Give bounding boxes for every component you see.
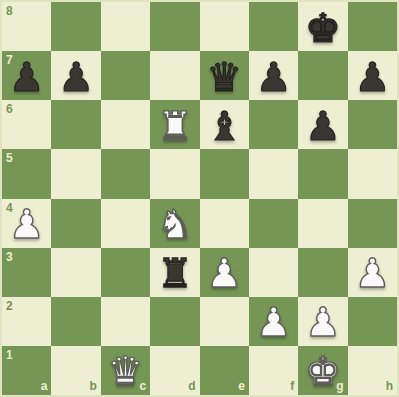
square-f8[interactable] <box>249 2 298 51</box>
square-g5[interactable] <box>298 149 347 198</box>
square-e5[interactable] <box>200 149 249 198</box>
piece-black-pawn[interactable]: ♟ <box>9 57 45 97</box>
piece-white-pawn[interactable]: ♟ <box>256 302 292 342</box>
square-g4[interactable] <box>298 199 347 248</box>
square-c8[interactable] <box>101 2 150 51</box>
square-g3[interactable] <box>298 248 347 297</box>
square-h6[interactable] <box>348 100 397 149</box>
square-c1[interactable]: c♛ <box>101 346 150 395</box>
square-b4[interactable] <box>51 199 100 248</box>
square-d8[interactable] <box>150 2 199 51</box>
square-c7[interactable] <box>101 51 150 100</box>
piece-white-queen[interactable]: ♛ <box>108 351 144 391</box>
square-h1[interactable]: h <box>348 346 397 395</box>
square-e2[interactable] <box>200 297 249 346</box>
piece-black-pawn[interactable]: ♟ <box>256 57 292 97</box>
square-d3[interactable]: ♜ <box>150 248 199 297</box>
square-a3[interactable]: 3 <box>2 248 51 297</box>
square-e8[interactable] <box>200 2 249 51</box>
square-a5[interactable]: 5 <box>2 149 51 198</box>
square-f1[interactable]: f <box>249 346 298 395</box>
square-b2[interactable] <box>51 297 100 346</box>
square-a4[interactable]: 4♟ <box>2 199 51 248</box>
square-g2[interactable]: ♟ <box>298 297 347 346</box>
rank-label-2: 2 <box>6 300 13 312</box>
piece-black-queen[interactable]: ♛ <box>206 57 242 97</box>
square-h8[interactable] <box>348 2 397 51</box>
rank-label-1: 1 <box>6 349 13 361</box>
square-c5[interactable] <box>101 149 150 198</box>
file-label-f: f <box>290 380 294 392</box>
piece-white-pawn[interactable]: ♟ <box>9 204 45 244</box>
file-label-a: a <box>41 380 48 392</box>
piece-white-knight[interactable]: ♞ <box>157 204 193 244</box>
square-d7[interactable] <box>150 51 199 100</box>
square-h2[interactable] <box>348 297 397 346</box>
square-g8[interactable]: ♚ <box>298 2 347 51</box>
file-label-e: e <box>238 380 245 392</box>
piece-black-bishop[interactable]: ♝ <box>206 106 242 146</box>
square-a2[interactable]: 2 <box>2 297 51 346</box>
square-h3[interactable]: ♟ <box>348 248 397 297</box>
file-label-d: d <box>188 380 195 392</box>
square-b5[interactable] <box>51 149 100 198</box>
square-b8[interactable] <box>51 2 100 51</box>
rank-label-8: 8 <box>6 5 13 17</box>
piece-white-king[interactable]: ♚ <box>305 351 341 391</box>
square-f3[interactable] <box>249 248 298 297</box>
square-f5[interactable] <box>249 149 298 198</box>
piece-black-pawn[interactable]: ♟ <box>354 57 390 97</box>
square-b3[interactable] <box>51 248 100 297</box>
square-h4[interactable] <box>348 199 397 248</box>
square-f6[interactable] <box>249 100 298 149</box>
square-g6[interactable]: ♟ <box>298 100 347 149</box>
square-d2[interactable] <box>150 297 199 346</box>
square-c3[interactable] <box>101 248 150 297</box>
square-a6[interactable]: 6 <box>2 100 51 149</box>
square-d4[interactable]: ♞ <box>150 199 199 248</box>
chess-board: 8♚7♟♟♛♟♟6♜♝♟54♟♞3♜♟♟2♟♟1abc♛defg♚h <box>2 2 397 395</box>
square-d6[interactable]: ♜ <box>150 100 199 149</box>
square-e7[interactable]: ♛ <box>200 51 249 100</box>
piece-black-king[interactable]: ♚ <box>305 8 341 48</box>
square-c4[interactable] <box>101 199 150 248</box>
square-e4[interactable] <box>200 199 249 248</box>
piece-white-pawn[interactable]: ♟ <box>206 253 242 293</box>
chess-board-frame: 8♚7♟♟♛♟♟6♜♝♟54♟♞3♜♟♟2♟♟1abc♛defg♚h <box>0 0 399 397</box>
file-label-b: b <box>89 380 96 392</box>
rank-label-5: 5 <box>6 152 13 164</box>
square-f2[interactable]: ♟ <box>249 297 298 346</box>
file-label-h: h <box>386 380 393 392</box>
rank-label-3: 3 <box>6 251 13 263</box>
piece-black-rook[interactable]: ♜ <box>157 253 193 293</box>
square-f7[interactable]: ♟ <box>249 51 298 100</box>
piece-white-pawn[interactable]: ♟ <box>305 302 341 342</box>
square-c6[interactable] <box>101 100 150 149</box>
square-a8[interactable]: 8 <box>2 2 51 51</box>
square-d1[interactable]: d <box>150 346 199 395</box>
square-c2[interactable] <box>101 297 150 346</box>
square-b6[interactable] <box>51 100 100 149</box>
square-e3[interactable]: ♟ <box>200 248 249 297</box>
square-a7[interactable]: 7♟ <box>2 51 51 100</box>
square-d5[interactable] <box>150 149 199 198</box>
square-g7[interactable] <box>298 51 347 100</box>
square-e6[interactable]: ♝ <box>200 100 249 149</box>
piece-black-pawn[interactable]: ♟ <box>305 106 341 146</box>
piece-white-rook[interactable]: ♜ <box>157 106 193 146</box>
square-b1[interactable]: b <box>51 346 100 395</box>
square-e1[interactable]: e <box>200 346 249 395</box>
square-h7[interactable]: ♟ <box>348 51 397 100</box>
square-g1[interactable]: g♚ <box>298 346 347 395</box>
piece-black-pawn[interactable]: ♟ <box>58 57 94 97</box>
square-h5[interactable] <box>348 149 397 198</box>
square-b7[interactable]: ♟ <box>51 51 100 100</box>
square-a1[interactable]: 1a <box>2 346 51 395</box>
rank-label-6: 6 <box>6 103 13 115</box>
piece-white-pawn[interactable]: ♟ <box>354 253 390 293</box>
square-f4[interactable] <box>249 199 298 248</box>
